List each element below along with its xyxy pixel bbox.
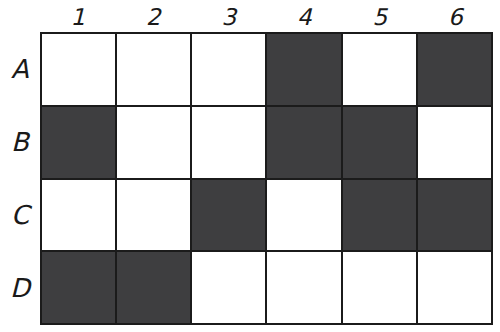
cell-D4[interactable] [267,252,340,323]
cell-C5[interactable] [343,180,416,251]
column-label-4: 4 [267,0,343,32]
cell-D2[interactable] [117,252,190,323]
cell-C2[interactable] [117,180,190,251]
cell-D1[interactable] [42,252,115,323]
puzzle-stage: 123456 ABCD [0,0,500,332]
cell-B2[interactable] [117,107,190,178]
column-label-3: 3 [191,0,267,32]
row-label-C: C [0,179,40,252]
column-label-2: 2 [116,0,192,32]
cell-C1[interactable] [42,180,115,251]
cell-A4[interactable] [267,34,340,105]
cell-B3[interactable] [192,107,265,178]
row-labels: ABCD [0,32,40,325]
column-label-5: 5 [342,0,418,32]
cell-B4[interactable] [267,107,340,178]
cell-D3[interactable] [192,252,265,323]
cell-B6[interactable] [418,107,491,178]
cell-C6[interactable] [418,180,491,251]
cell-A2[interactable] [117,34,190,105]
column-labels: 123456 [40,0,493,32]
cell-A1[interactable] [42,34,115,105]
cell-D6[interactable] [418,252,491,323]
cell-A5[interactable] [343,34,416,105]
row-label-B: B [0,105,40,178]
column-label-1: 1 [40,0,116,32]
cell-A3[interactable] [192,34,265,105]
cell-A6[interactable] [418,34,491,105]
cell-C3[interactable] [192,180,265,251]
cell-D5[interactable] [343,252,416,323]
cell-B1[interactable] [42,107,115,178]
column-label-6: 6 [418,0,494,32]
board-grid [40,32,493,325]
cell-C4[interactable] [267,180,340,251]
row-label-A: A [0,32,40,105]
row-label-D: D [0,252,40,325]
cell-B5[interactable] [343,107,416,178]
